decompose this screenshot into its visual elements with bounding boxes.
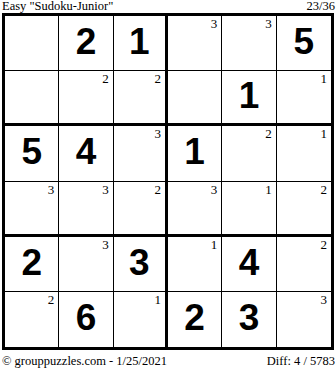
cell-r5c2[interactable]: 3 bbox=[59, 237, 113, 292]
given-digit: 5 bbox=[294, 23, 315, 60]
given-digit: 6 bbox=[76, 299, 97, 336]
cell-r1c5[interactable]: 3 bbox=[222, 16, 276, 71]
given-digit: 3 bbox=[239, 299, 260, 336]
given-digit: 1 bbox=[184, 133, 205, 170]
pencil-mark: 1 bbox=[265, 182, 272, 197]
cell-r6c3[interactable]: 1 bbox=[114, 292, 168, 347]
pencil-mark: 3 bbox=[102, 182, 109, 197]
cell-r1c3[interactable]: 1 bbox=[114, 16, 168, 71]
pencil-mark: 1 bbox=[211, 237, 218, 252]
cell-r1c2[interactable]: 2 bbox=[59, 16, 113, 71]
cell-r4c4[interactable]: 3 bbox=[168, 182, 222, 237]
pencil-mark: 3 bbox=[265, 16, 272, 31]
pencil-mark: 1 bbox=[320, 126, 327, 141]
cell-r6c1[interactable]: 2 bbox=[5, 292, 59, 347]
cell-r1c4[interactable]: 3 bbox=[168, 16, 222, 71]
cell-r4c6[interactable]: 2 bbox=[277, 182, 331, 237]
pencil-mark: 2 bbox=[320, 237, 327, 252]
cell-r3c6[interactable]: 1 bbox=[277, 126, 331, 181]
cell-r3c3[interactable]: 3 bbox=[114, 126, 168, 181]
cell-r5c5[interactable]: 4 bbox=[222, 237, 276, 292]
pencil-mark: 3 bbox=[211, 182, 218, 197]
page-title: Easy "Sudoku-Junior" bbox=[2, 0, 113, 13]
pencil-mark: 2 bbox=[48, 292, 55, 307]
cell-r5c4[interactable]: 1 bbox=[168, 237, 222, 292]
cell-r2c6[interactable]: 1 bbox=[277, 71, 331, 126]
cell-r2c3[interactable]: 2 bbox=[114, 71, 168, 126]
cell-r5c1[interactable]: 2 bbox=[5, 237, 59, 292]
cell-r1c6[interactable]: 5 bbox=[277, 16, 331, 71]
cell-r2c5[interactable]: 1 bbox=[222, 71, 276, 126]
cell-r3c1[interactable]: 5 bbox=[5, 126, 59, 181]
pencil-mark: 3 bbox=[154, 126, 161, 141]
cell-r2c1[interactable] bbox=[5, 71, 59, 126]
pencil-mark: 3 bbox=[48, 182, 55, 197]
pencil-mark: 2 bbox=[265, 126, 272, 141]
footer: © grouppuzzles.com - 1/25/2021 Diff: 4 /… bbox=[2, 354, 335, 368]
cell-r3c5[interactable]: 2 bbox=[222, 126, 276, 181]
copyright-text: © grouppuzzles.com - 1/25/2021 bbox=[2, 354, 167, 368]
pencil-mark: 2 bbox=[102, 71, 109, 86]
cell-r4c1[interactable]: 3 bbox=[5, 182, 59, 237]
given-digit: 1 bbox=[129, 23, 150, 60]
cell-r6c6[interactable]: 3 bbox=[277, 292, 331, 347]
cell-r1c1[interactable] bbox=[5, 16, 59, 71]
given-digit: 2 bbox=[184, 299, 205, 336]
header: Easy "Sudoku-Junior" 23/36 bbox=[2, 0, 335, 13]
given-digit: 3 bbox=[129, 244, 150, 281]
cell-r3c4[interactable]: 1 bbox=[168, 126, 222, 181]
cell-r4c3[interactable]: 2 bbox=[114, 182, 168, 237]
cell-r6c5[interactable]: 3 bbox=[222, 292, 276, 347]
cell-r3c2[interactable]: 4 bbox=[59, 126, 113, 181]
cell-r5c6[interactable]: 2 bbox=[277, 237, 331, 292]
pencil-mark: 3 bbox=[320, 292, 327, 307]
cell-r4c5[interactable]: 1 bbox=[222, 182, 276, 237]
given-digit: 4 bbox=[76, 133, 97, 170]
pencil-mark: 3 bbox=[102, 237, 109, 252]
cell-r5c3[interactable]: 3 bbox=[114, 237, 168, 292]
progress-counter: 23/36 bbox=[307, 0, 335, 13]
cell-r2c4[interactable] bbox=[168, 71, 222, 126]
pencil-mark: 3 bbox=[211, 16, 218, 31]
pencil-mark: 1 bbox=[320, 71, 327, 86]
given-digit: 1 bbox=[239, 77, 260, 114]
pencil-mark: 2 bbox=[320, 182, 327, 197]
given-digit: 5 bbox=[21, 133, 42, 170]
puzzle-page: Easy "Sudoku-Junior" 23/36 2133522115431… bbox=[0, 0, 336, 370]
difficulty-text: Diff: 4 / 5783 bbox=[267, 354, 335, 368]
given-digit: 2 bbox=[76, 23, 97, 60]
cell-r4c2[interactable]: 3 bbox=[59, 182, 113, 237]
given-digit: 2 bbox=[21, 244, 42, 281]
sudoku-board: 213352211543121332312233142261233 bbox=[2, 13, 334, 350]
pencil-mark: 2 bbox=[154, 71, 161, 86]
pencil-mark: 2 bbox=[154, 182, 161, 197]
given-digit: 4 bbox=[239, 244, 260, 281]
pencil-mark: 1 bbox=[154, 292, 161, 307]
cell-r6c4[interactable]: 2 bbox=[168, 292, 222, 347]
cell-r2c2[interactable]: 2 bbox=[59, 71, 113, 126]
cell-r6c2[interactable]: 6 bbox=[59, 292, 113, 347]
